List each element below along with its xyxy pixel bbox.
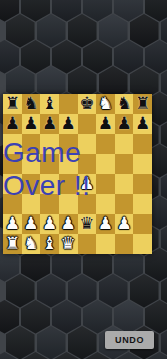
square-f8[interactable]: ♞ (96, 94, 115, 114)
square-b2[interactable]: ♟ (22, 214, 41, 234)
square-e8[interactable]: ♚ (78, 94, 97, 114)
square-a1[interactable]: ♜ (3, 234, 22, 254)
piece-white-pawn[interactable]: ♟ (116, 215, 131, 232)
square-e1[interactable] (78, 234, 97, 254)
hex-tile (130, 274, 159, 308)
hex-tile (68, 274, 97, 308)
game-over-message: Game Over !! (3, 136, 121, 202)
piece-black-queen[interactable]: ♛ (79, 215, 94, 232)
piece-white-knight[interactable]: ♞ (98, 95, 113, 112)
square-h7[interactable]: ♟ (133, 114, 152, 134)
square-g7[interactable]: ♟ (115, 114, 134, 134)
app-screen: ♜♞♝♚♞♞♜♟♟♟♟♟♟♟♟♟♟♟♟♛♟♟♜♞♝♛ Game Over !! … (0, 0, 167, 359)
square-f1[interactable] (96, 234, 115, 254)
hex-tile (68, 14, 97, 48)
square-g2[interactable]: ♟ (115, 214, 134, 234)
hex-tile (37, 326, 66, 359)
piece-black-bishop[interactable]: ♝ (42, 95, 57, 112)
hex-tile (6, 14, 35, 48)
piece-black-king[interactable]: ♚ (79, 95, 94, 112)
piece-white-pawn[interactable]: ♟ (98, 215, 113, 232)
square-h6[interactable] (133, 134, 152, 154)
piece-white-pawn[interactable]: ♟ (23, 215, 38, 232)
piece-black-pawn[interactable]: ♟ (23, 115, 38, 132)
piece-black-pawn[interactable]: ♟ (42, 115, 57, 132)
square-b7[interactable]: ♟ (22, 114, 41, 134)
square-d8[interactable] (59, 94, 78, 114)
hex-tile (130, 14, 159, 48)
square-h8[interactable]: ♜ (133, 94, 152, 114)
square-g8[interactable]: ♞ (115, 94, 134, 114)
square-c1[interactable]: ♝ (40, 234, 59, 254)
hex-tile (114, 300, 143, 334)
square-d1[interactable]: ♛ (59, 234, 78, 254)
hex-tile (37, 14, 66, 48)
hex-tile (37, 274, 66, 308)
piece-white-queen[interactable]: ♛ (61, 235, 76, 252)
hex-tile (145, 40, 167, 74)
square-a7[interactable]: ♟ (3, 114, 22, 134)
square-b1[interactable]: ♞ (22, 234, 41, 254)
piece-white-pawn[interactable]: ♟ (42, 215, 57, 232)
undo-button[interactable]: UNDO (105, 331, 154, 349)
hex-tile (6, 274, 35, 308)
piece-white-bishop[interactable]: ♝ (42, 235, 57, 252)
square-h4[interactable] (133, 174, 152, 194)
piece-white-pawn[interactable]: ♟ (61, 215, 76, 232)
hex-tile (52, 300, 81, 334)
piece-black-rook[interactable]: ♜ (135, 95, 150, 112)
hex-tile (21, 300, 50, 334)
hex-tile (114, 40, 143, 74)
hex-tile (99, 274, 128, 308)
piece-black-pawn[interactable]: ♟ (98, 115, 113, 132)
hex-tile (52, 40, 81, 74)
piece-white-rook[interactable]: ♜ (5, 235, 20, 252)
piece-black-knight[interactable]: ♞ (116, 95, 131, 112)
hex-tile (83, 40, 112, 74)
square-h1[interactable] (133, 234, 152, 254)
square-h2[interactable] (133, 214, 152, 234)
square-f2[interactable]: ♟ (96, 214, 115, 234)
piece-black-pawn[interactable]: ♟ (135, 115, 150, 132)
square-c2[interactable]: ♟ (40, 214, 59, 234)
square-g1[interactable] (115, 234, 134, 254)
square-d2[interactable]: ♟ (59, 214, 78, 234)
hex-tile (83, 300, 112, 334)
square-h5[interactable] (133, 154, 152, 174)
square-d7[interactable]: ♟ (59, 114, 78, 134)
square-a8[interactable]: ♜ (3, 94, 22, 114)
hex-tile (145, 300, 167, 334)
hex-tile (68, 326, 97, 359)
piece-black-knight[interactable]: ♞ (23, 95, 38, 112)
square-a2[interactable]: ♟ (3, 214, 22, 234)
square-h3[interactable] (133, 194, 152, 214)
square-e7[interactable] (78, 114, 97, 134)
square-c7[interactable]: ♟ (40, 114, 59, 134)
piece-white-pawn[interactable]: ♟ (5, 215, 20, 232)
square-f7[interactable]: ♟ (96, 114, 115, 134)
piece-black-pawn[interactable]: ♟ (5, 115, 20, 132)
piece-black-rook[interactable]: ♜ (5, 95, 20, 112)
piece-black-pawn[interactable]: ♟ (61, 115, 76, 132)
piece-black-pawn[interactable]: ♟ (116, 115, 131, 132)
hex-tile (21, 40, 50, 74)
square-e2[interactable]: ♛ (78, 214, 97, 234)
hex-tile (6, 326, 35, 359)
square-c8[interactable]: ♝ (40, 94, 59, 114)
piece-white-knight[interactable]: ♞ (23, 235, 38, 252)
hex-tile (99, 14, 128, 48)
square-b8[interactable]: ♞ (22, 94, 41, 114)
